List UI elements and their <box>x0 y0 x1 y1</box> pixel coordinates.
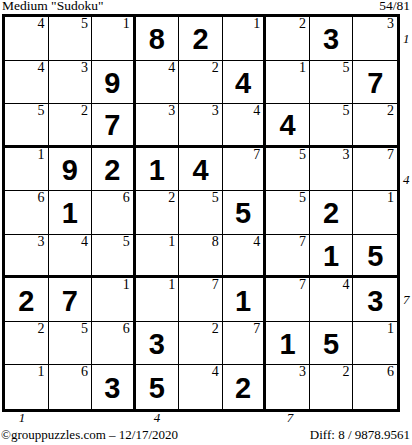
big-digit: 5 <box>149 372 165 405</box>
big-digit: 7 <box>62 285 78 318</box>
big-digit: 5 <box>323 328 339 361</box>
cell-r8c9[interactable]: 1 <box>353 322 397 366</box>
pencil-mark: 1 <box>299 60 306 76</box>
cell-r5c7[interactable]: 5 <box>266 191 310 235</box>
cell-r1c9[interactable]: 3 <box>353 17 397 61</box>
cell-r2c7[interactable]: 1 <box>266 61 310 105</box>
cell-r9c3[interactable]: 3 <box>92 365 136 409</box>
progress-counter: 54/81 <box>379 0 410 14</box>
cell-r3c4[interactable]: 3 <box>136 104 180 148</box>
cell-r3c1[interactable]: 5 <box>5 104 49 148</box>
big-digit: 4 <box>280 109 296 142</box>
big-digit: 9 <box>62 154 78 187</box>
pencil-mark: 7 <box>212 277 219 293</box>
pencil-mark: 3 <box>212 103 219 119</box>
pencil-mark: 3 <box>38 234 45 250</box>
cell-r7c3[interactable]: 1 <box>92 278 136 322</box>
cell-r1c5[interactable]: 2 <box>179 17 223 61</box>
difficulty-rating: Diff: 8 / 9878.9561 <box>310 427 410 443</box>
cell-r7c9[interactable]: 3 <box>353 278 397 322</box>
big-digit: 8 <box>149 23 165 56</box>
pencil-mark: 1 <box>123 16 130 32</box>
pencil-mark: 4 <box>81 234 88 250</box>
pencil-mark: 1 <box>168 277 175 293</box>
pencil-mark: 3 <box>342 147 349 163</box>
pencil-mark: 2 <box>81 103 88 119</box>
cell-r9c5[interactable]: 4 <box>179 365 223 409</box>
cell-r8c7[interactable]: 1 <box>266 322 310 366</box>
pencil-mark: 6 <box>123 321 130 337</box>
big-digit: 3 <box>104 372 120 405</box>
big-digit: 1 <box>235 285 251 318</box>
cell-r2c9[interactable]: 7 <box>353 61 397 105</box>
big-digit: 2 <box>104 154 120 187</box>
big-digit: 2 <box>18 285 34 318</box>
cell-r3c7[interactable]: 4 <box>266 104 310 148</box>
cell-r1c3[interactable]: 1 <box>92 17 136 61</box>
pencil-mark: 3 <box>168 103 175 119</box>
cell-r9c7[interactable]: 3 <box>266 365 310 409</box>
sudoku-page: { "game": "sudoku", "header": { "title":… <box>0 0 412 445</box>
sudoku-board: 4518212334394241575273344521921475376162… <box>2 14 400 412</box>
cell-r6c1[interactable]: 3 <box>5 235 49 279</box>
pencil-mark: 6 <box>123 190 130 206</box>
pencil-mark: 4 <box>38 60 45 76</box>
col-label-7: 7 <box>283 410 297 426</box>
big-digit: 4 <box>235 67 251 100</box>
pencil-mark: 2 <box>387 103 394 119</box>
pencil-mark: 6 <box>81 364 88 380</box>
cell-r1c2[interactable]: 5 <box>49 17 93 61</box>
cell-r4c7[interactable]: 5 <box>266 148 310 192</box>
cell-r6c9[interactable]: 5 <box>353 235 397 279</box>
pencil-mark: 8 <box>212 234 219 250</box>
pencil-mark: 1 <box>387 321 394 337</box>
cell-r1c7[interactable]: 2 <box>266 17 310 61</box>
cell-r1c6[interactable]: 1 <box>223 17 267 61</box>
copyright-date: ©grouppuzzles.com – 12/17/2020 <box>1 427 178 443</box>
pencil-mark: 7 <box>299 277 306 293</box>
cell-r1c4[interactable]: 8 <box>136 17 180 61</box>
big-digit: 3 <box>323 23 339 56</box>
pencil-mark: 5 <box>342 103 349 119</box>
cell-r8c3[interactable]: 6 <box>92 322 136 366</box>
big-digit: 2 <box>235 372 251 405</box>
big-digit: 7 <box>104 109 120 142</box>
big-digit: 4 <box>192 154 208 187</box>
cell-r7c8[interactable]: 4 <box>310 278 354 322</box>
cell-r4c5[interactable]: 4 <box>179 148 223 192</box>
pencil-mark: 7 <box>253 147 260 163</box>
pencil-mark: 7 <box>387 147 394 163</box>
cell-r4c2[interactable]: 9 <box>49 148 93 192</box>
cell-r4c9[interactable]: 7 <box>353 148 397 192</box>
pencil-mark: 1 <box>387 190 394 206</box>
cell-r3c5[interactable]: 3 <box>179 104 223 148</box>
pencil-mark: 4 <box>168 60 175 76</box>
col-label-1: 1 <box>15 410 29 426</box>
cell-r5c9[interactable]: 1 <box>353 191 397 235</box>
cell-r4c3[interactable]: 2 <box>92 148 136 192</box>
cell-r7c7[interactable]: 7 <box>266 278 310 322</box>
cell-r5c1[interactable]: 6 <box>5 191 49 235</box>
pencil-mark: 6 <box>38 190 45 206</box>
pencil-mark: 4 <box>342 277 349 293</box>
cell-r2c3[interactable]: 9 <box>92 61 136 105</box>
cell-r5c5[interactable]: 5 <box>179 191 223 235</box>
big-digit: 2 <box>192 23 208 56</box>
pencil-mark: 5 <box>81 16 88 32</box>
pencil-mark: 5 <box>81 321 88 337</box>
cell-r2c6[interactable]: 4 <box>223 61 267 105</box>
cell-r4c1[interactable]: 1 <box>5 148 49 192</box>
big-digit: 1 <box>149 154 165 187</box>
cell-r4c8[interactable]: 3 <box>310 148 354 192</box>
pencil-mark: 2 <box>299 16 306 32</box>
cell-r7c5[interactable]: 7 <box>179 278 223 322</box>
col-label-4: 4 <box>150 410 164 426</box>
pencil-mark: 6 <box>387 364 394 380</box>
big-digit: 9 <box>104 67 120 100</box>
cell-r8c5[interactable]: 2 <box>179 322 223 366</box>
pencil-mark: 4 <box>38 16 45 32</box>
pencil-mark: 4 <box>253 234 260 250</box>
cell-r5c4[interactable]: 2 <box>136 191 180 235</box>
pencil-mark: 2 <box>38 321 45 337</box>
cell-r2c2[interactable]: 3 <box>49 61 93 105</box>
pencil-mark: 4 <box>253 103 260 119</box>
cell-r9c9[interactable]: 6 <box>353 365 397 409</box>
cell-r6c7[interactable]: 7 <box>266 235 310 279</box>
cell-r7c6[interactable]: 1 <box>223 278 267 322</box>
cell-r5c3[interactable]: 6 <box>92 191 136 235</box>
pencil-mark: 5 <box>299 190 306 206</box>
cell-r6c4[interactable]: 1 <box>136 235 180 279</box>
cell-r7c4[interactable]: 1 <box>136 278 180 322</box>
big-digit: 1 <box>62 197 78 230</box>
cell-r1c1[interactable]: 4 <box>5 17 49 61</box>
cell-r8c4[interactable]: 3 <box>136 322 180 366</box>
cell-r5c8[interactable]: 2 <box>310 191 354 235</box>
cell-r6c8[interactable]: 1 <box>310 235 354 279</box>
cell-r7c1[interactable]: 2 <box>5 278 49 322</box>
pencil-mark: 5 <box>38 103 45 119</box>
pencil-mark: 3 <box>81 60 88 76</box>
cell-r6c6[interactable]: 4 <box>223 235 267 279</box>
cell-r2c5[interactable]: 2 <box>179 61 223 105</box>
pencil-mark: 1 <box>38 147 45 163</box>
cell-r1c8[interactable]: 3 <box>310 17 354 61</box>
pencil-mark: 7 <box>299 234 306 250</box>
cell-r9c6[interactable]: 2 <box>223 365 267 409</box>
big-digit: 7 <box>367 67 383 100</box>
big-digit: 5 <box>235 197 251 230</box>
pencil-mark: 2 <box>212 60 219 76</box>
pencil-mark: 2 <box>212 321 219 337</box>
cell-r7c2[interactable]: 7 <box>49 278 93 322</box>
cell-r9c4[interactable]: 5 <box>136 365 180 409</box>
pencil-mark: 1 <box>253 16 260 32</box>
cell-r6c5[interactable]: 8 <box>179 235 223 279</box>
cell-r9c2[interactable]: 6 <box>49 365 93 409</box>
pencil-mark: 4 <box>212 364 219 380</box>
big-digit: 1 <box>323 240 339 273</box>
pencil-mark: 2 <box>342 364 349 380</box>
big-digit: 5 <box>367 240 383 273</box>
big-digit: 3 <box>149 328 165 361</box>
pencil-mark: 1 <box>38 364 45 380</box>
cell-r9c8[interactable]: 2 <box>310 365 354 409</box>
cell-r5c2[interactable]: 1 <box>49 191 93 235</box>
pencil-mark: 5 <box>212 190 219 206</box>
big-digit: 1 <box>280 328 296 361</box>
pencil-mark: 5 <box>123 234 130 250</box>
cell-r6c2[interactable]: 4 <box>49 235 93 279</box>
row-label-4: 4 <box>403 172 410 188</box>
cell-r2c1[interactable]: 4 <box>5 61 49 105</box>
cell-r8c6[interactable]: 7 <box>223 322 267 366</box>
pencil-mark: 2 <box>168 190 175 206</box>
cell-r4c4[interactable]: 1 <box>136 148 180 192</box>
cell-r6c3[interactable]: 5 <box>92 235 136 279</box>
pencil-mark: 1 <box>168 234 175 250</box>
pencil-mark: 3 <box>387 16 394 32</box>
cell-r4c6[interactable]: 7 <box>223 148 267 192</box>
big-digit: 3 <box>367 285 383 318</box>
pencil-mark: 1 <box>123 277 130 293</box>
cell-r2c8[interactable]: 5 <box>310 61 354 105</box>
cell-r8c8[interactable]: 5 <box>310 322 354 366</box>
pencil-mark: 5 <box>299 147 306 163</box>
row-label-1: 1 <box>403 31 410 47</box>
cell-r2c4[interactable]: 4 <box>136 61 180 105</box>
cell-r3c3[interactable]: 7 <box>92 104 136 148</box>
row-label-7: 7 <box>403 292 410 308</box>
pencil-mark: 5 <box>342 60 349 76</box>
cell-r3c9[interactable]: 2 <box>353 104 397 148</box>
pencil-mark: 7 <box>253 321 260 337</box>
cell-r3c6[interactable]: 4 <box>223 104 267 148</box>
cell-r8c1[interactable]: 2 <box>5 322 49 366</box>
cell-r5c6[interactable]: 5 <box>223 191 267 235</box>
page-title: Medium "Sudoku" <box>2 0 103 14</box>
cell-r3c2[interactable]: 2 <box>49 104 93 148</box>
cell-r8c2[interactable]: 5 <box>49 322 93 366</box>
big-digit: 2 <box>323 197 339 230</box>
cell-r9c1[interactable]: 1 <box>5 365 49 409</box>
pencil-mark: 3 <box>299 364 306 380</box>
cell-r3c8[interactable]: 5 <box>310 104 354 148</box>
